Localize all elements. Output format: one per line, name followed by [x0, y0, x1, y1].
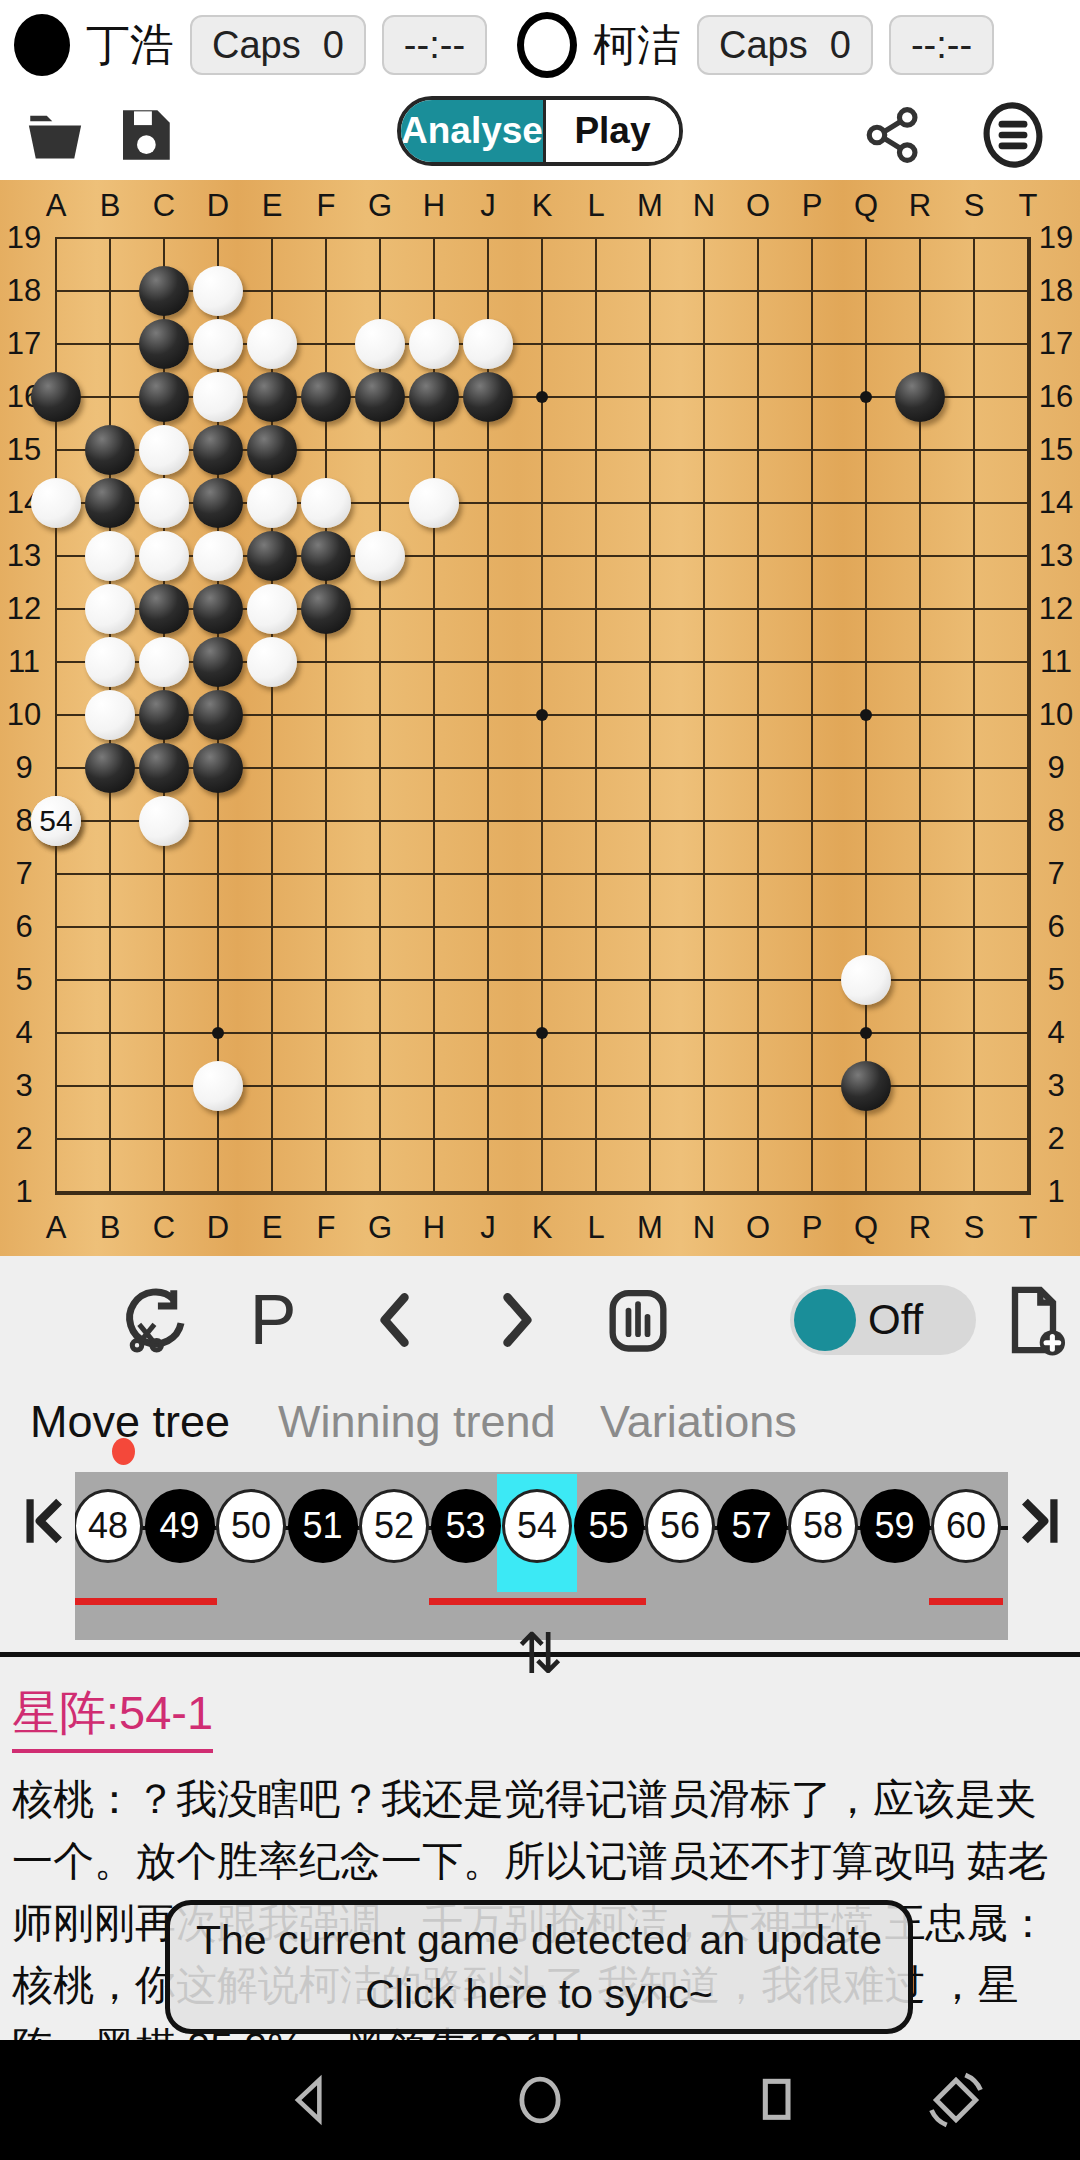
row-label-left: 13	[7, 538, 41, 574]
col-label-bottom: O	[746, 1210, 770, 1246]
next-move-icon[interactable]	[482, 1286, 550, 1354]
row-label-right: 2	[1047, 1121, 1064, 1157]
black-stone	[247, 531, 297, 581]
white-stone	[193, 1061, 243, 1111]
row-label-left: 11	[8, 644, 40, 680]
star-point	[536, 709, 548, 721]
sync-dialog[interactable]: The current game detected an update Clic…	[165, 1900, 913, 2034]
black-stone	[301, 584, 351, 634]
black-stone	[895, 372, 945, 422]
col-label-top: B	[100, 188, 121, 224]
move-node-59[interactable]: 59	[860, 1489, 930, 1563]
white-stone	[301, 478, 351, 528]
row-label-right: 4	[1047, 1015, 1064, 1051]
col-label-top: P	[802, 188, 823, 224]
row-label-left: 15	[7, 432, 41, 468]
move-node-56[interactable]: 56	[645, 1489, 715, 1563]
row-label-right: 9	[1047, 750, 1064, 786]
row-label-right: 8	[1047, 803, 1064, 839]
strip-last-button[interactable]	[1008, 1492, 1066, 1550]
row-label-right: 1	[1047, 1174, 1064, 1210]
col-label-bottom: A	[46, 1210, 67, 1246]
black-stone	[139, 372, 189, 422]
caps-value: 0	[830, 24, 851, 67]
black-stone	[139, 584, 189, 634]
col-label-top: N	[693, 188, 715, 224]
col-label-top: L	[587, 188, 604, 224]
col-label-top: O	[746, 188, 770, 224]
star-point	[860, 1027, 872, 1039]
player-header: 丁浩 Caps 0 --:-- 柯洁 Caps 0 --:--	[0, 0, 1080, 90]
row-label-left: 5	[15, 962, 32, 998]
col-label-bottom: R	[909, 1210, 931, 1246]
col-label-top: C	[153, 188, 175, 224]
black-stone	[409, 372, 459, 422]
row-label-right: 3	[1047, 1068, 1064, 1104]
col-label-top: Q	[854, 188, 878, 224]
white-stone	[139, 425, 189, 475]
move-node-55[interactable]: 55	[574, 1489, 644, 1563]
col-label-bottom: P	[802, 1210, 823, 1246]
move-underline	[572, 1598, 646, 1605]
caps-label: Caps	[719, 24, 808, 67]
ai-analysis-link[interactable]: 星阵:54-1	[12, 1682, 213, 1753]
move-node-57[interactable]: 57	[717, 1489, 787, 1563]
black-stone	[841, 1061, 891, 1111]
mode-toggle[interactable]: Analyse Play	[397, 96, 683, 166]
col-label-bottom: E	[262, 1210, 283, 1246]
white-stone	[85, 531, 135, 581]
white-stone	[139, 796, 189, 846]
black-stone	[139, 319, 189, 369]
move-strip[interactable]: 48495051525354555657585960	[75, 1472, 1008, 1640]
row-label-left: 12	[7, 591, 41, 627]
save-icon[interactable]	[112, 102, 178, 168]
white-stone	[193, 372, 243, 422]
go-app: 丁浩 Caps 0 --:-- 柯洁 Caps 0 --:-- Analyse …	[0, 0, 1080, 2160]
tab-winning-trend[interactable]: Winning trend	[278, 1396, 556, 1448]
black-stone	[301, 531, 351, 581]
black-stone	[193, 690, 243, 740]
col-label-top: D	[207, 188, 229, 224]
move-node-60[interactable]: 60	[931, 1489, 1001, 1563]
black-stone	[31, 372, 81, 422]
row-label-right: 12	[1039, 591, 1073, 627]
undo-cut-icon[interactable]	[112, 1282, 188, 1358]
black-stone	[139, 690, 189, 740]
move-node-53[interactable]: 53	[431, 1489, 501, 1563]
ai-toggle-label: Off	[868, 1285, 923, 1355]
move-underline	[500, 1598, 574, 1605]
row-label-left: 10	[7, 697, 41, 733]
move-node-48[interactable]: 48	[75, 1489, 143, 1563]
back-button-icon[interactable]	[278, 2068, 342, 2132]
black-captures-chip[interactable]: Caps 0	[190, 15, 366, 75]
star-point	[212, 1027, 224, 1039]
row-label-left: 2	[15, 1121, 32, 1157]
col-label-bottom: G	[368, 1210, 392, 1246]
star-point	[860, 391, 872, 403]
black-stone	[193, 478, 243, 528]
strip-first-button[interactable]	[18, 1492, 76, 1550]
black-stone	[463, 372, 513, 422]
black-stone	[85, 425, 135, 475]
row-label-right: 15	[1039, 432, 1073, 468]
move-node-50[interactable]: 50	[216, 1489, 286, 1563]
sync-dialog-line2: Click here to sync~	[365, 1967, 713, 2021]
timer-value: --:--	[911, 24, 972, 67]
move-node-58[interactable]: 58	[788, 1489, 858, 1563]
white-stone	[409, 319, 459, 369]
home-button-icon[interactable]	[508, 2068, 572, 2132]
col-label-bottom: M	[637, 1210, 663, 1246]
last-move-label: 54	[39, 804, 72, 838]
white-timer-chip[interactable]: --:--	[889, 15, 994, 75]
row-label-right: 18	[1039, 273, 1073, 309]
play-tab[interactable]: Play	[543, 100, 679, 162]
row-label-left: 3	[15, 1068, 32, 1104]
black-timer-chip[interactable]: --:--	[382, 15, 487, 75]
white-stone	[85, 690, 135, 740]
black-player-name: 丁浩	[86, 16, 174, 75]
row-label-left: 9	[15, 750, 32, 786]
col-label-top: K	[532, 188, 553, 224]
move-node-52[interactable]: 52	[359, 1489, 429, 1563]
col-label-bottom: C	[153, 1210, 175, 1246]
row-label-right: 13	[1039, 538, 1073, 574]
star-point	[860, 709, 872, 721]
col-label-top: R	[909, 188, 931, 224]
col-label-top: H	[423, 188, 445, 224]
move-underline	[143, 1598, 217, 1605]
go-board[interactable]: AABBCCDDEEFFGGHHJJKKLLMMNNOOPPQQRRSSTT19…	[0, 180, 1080, 1256]
white-captures-chip[interactable]: Caps 0	[697, 15, 873, 75]
col-label-top: J	[480, 188, 496, 224]
black-stone	[193, 425, 243, 475]
white-stone-icon	[517, 12, 577, 78]
black-stone	[355, 372, 405, 422]
star-point	[536, 391, 548, 403]
row-label-right: 7	[1047, 856, 1064, 892]
white-stone	[193, 266, 243, 316]
ai-toggle[interactable]: Off	[790, 1285, 976, 1355]
black-stone	[85, 743, 135, 793]
white-stone	[355, 319, 405, 369]
caps-value: 0	[323, 24, 344, 67]
menu-icon[interactable]	[978, 100, 1048, 170]
row-label-left: 18	[7, 273, 41, 309]
black-stone-icon	[14, 14, 70, 76]
white-stone	[139, 531, 189, 581]
col-label-bottom: D	[207, 1210, 229, 1246]
row-label-left: 17	[7, 326, 41, 362]
white-stone	[31, 478, 81, 528]
white-stone	[355, 531, 405, 581]
tab-variations[interactable]: Variations	[600, 1396, 797, 1448]
col-label-top: S	[964, 188, 985, 224]
rotate-button-icon[interactable]	[924, 2068, 988, 2132]
black-stone	[139, 743, 189, 793]
move-underline	[75, 1598, 145, 1605]
white-stone	[463, 319, 513, 369]
black-stone	[193, 743, 243, 793]
white-stone	[139, 637, 189, 687]
col-label-top: E	[262, 188, 283, 224]
col-label-bottom: S	[964, 1210, 985, 1246]
row-label-right: 11	[1040, 644, 1072, 680]
col-label-bottom: L	[587, 1210, 604, 1246]
black-stone	[301, 372, 351, 422]
last-move-stone: 54	[31, 796, 81, 846]
row-label-left: 1	[15, 1174, 32, 1210]
col-label-bottom: T	[1019, 1210, 1038, 1246]
col-label-top: T	[1019, 188, 1038, 224]
row-label-left: 7	[15, 856, 32, 892]
timer-value: --:--	[404, 24, 465, 67]
chart-icon[interactable]	[600, 1282, 676, 1358]
analyse-tab[interactable]: Analyse	[401, 100, 543, 162]
black-stone	[193, 584, 243, 634]
col-label-bottom: H	[423, 1210, 445, 1246]
col-label-bottom: K	[532, 1210, 553, 1246]
col-label-bottom: B	[100, 1210, 121, 1246]
pass-button[interactable]: P	[250, 1280, 297, 1360]
row-label-left: 6	[15, 909, 32, 945]
white-stone	[193, 319, 243, 369]
new-doc-icon[interactable]	[996, 1282, 1072, 1358]
col-label-bottom: J	[480, 1210, 496, 1246]
move-underline	[429, 1598, 503, 1605]
white-stone	[247, 478, 297, 528]
white-stone	[247, 584, 297, 634]
row-label-right: 17	[1039, 326, 1073, 362]
star-point	[536, 1027, 548, 1039]
row-label-right: 10	[1039, 697, 1073, 733]
recents-button-icon[interactable]	[744, 2068, 808, 2132]
white-stone	[85, 637, 135, 687]
sync-dialog-line1: The current game detected an update	[196, 1913, 882, 1967]
black-stone	[85, 478, 135, 528]
col-label-bottom: N	[693, 1210, 715, 1246]
move-node-49[interactable]: 49	[145, 1489, 215, 1563]
open-file-icon[interactable]	[22, 102, 88, 168]
move-underline	[929, 1598, 1003, 1605]
move-node-54[interactable]: 54	[502, 1489, 572, 1563]
white-stone	[139, 478, 189, 528]
caps-label: Caps	[212, 24, 301, 67]
col-label-top: M	[637, 188, 663, 224]
col-label-bottom: F	[317, 1210, 336, 1246]
ai-toggle-knob	[794, 1289, 856, 1351]
share-icon[interactable]	[862, 104, 924, 166]
col-label-top: F	[317, 188, 336, 224]
row-label-right: 19	[1039, 220, 1073, 256]
white-stone	[841, 955, 891, 1005]
row-label-right: 14	[1039, 485, 1073, 521]
white-stone	[85, 584, 135, 634]
prev-move-icon[interactable]	[362, 1286, 430, 1354]
row-label-right: 6	[1047, 909, 1064, 945]
col-label-top: G	[368, 188, 392, 224]
black-stone	[247, 425, 297, 475]
white-player-name: 柯洁	[593, 16, 681, 75]
black-stone	[193, 637, 243, 687]
row-label-left: 19	[7, 220, 41, 256]
row-label-right: 16	[1039, 379, 1073, 415]
row-label-left: 4	[15, 1015, 32, 1051]
col-label-bottom: Q	[854, 1210, 878, 1246]
black-stone	[139, 266, 189, 316]
black-stone	[247, 372, 297, 422]
row-label-right: 5	[1047, 962, 1064, 998]
notification-dot	[112, 1438, 135, 1465]
white-stone	[193, 531, 243, 581]
white-stone	[247, 637, 297, 687]
resize-handle-icon[interactable]: ⇅	[517, 1626, 564, 1682]
white-stone	[247, 319, 297, 369]
col-label-top: A	[46, 188, 67, 224]
white-stone	[409, 478, 459, 528]
move-node-51[interactable]: 51	[288, 1489, 358, 1563]
